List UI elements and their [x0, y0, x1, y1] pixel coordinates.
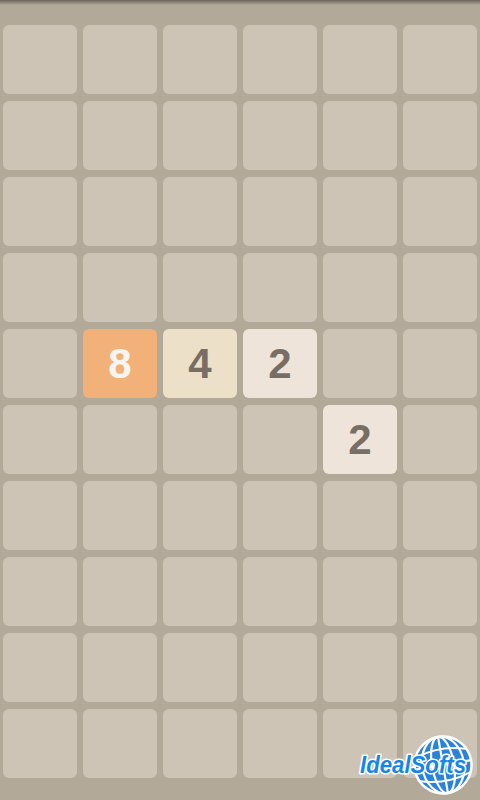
- cell-r2c1: [83, 177, 157, 246]
- cell-r8c1: [83, 633, 157, 702]
- cell-r0c2: [163, 25, 237, 94]
- cell-r5c3: [243, 405, 317, 474]
- cell-r1c1: [83, 101, 157, 170]
- status-bar-shadow: [0, 0, 480, 5]
- tile-2: 2: [243, 329, 317, 398]
- tile-2: 2: [323, 405, 397, 474]
- cell-r7c4: [323, 557, 397, 626]
- board[interactable]: 8422: [3, 25, 477, 778]
- cell-r9c2: [163, 709, 237, 778]
- cell-r6c0: [3, 481, 77, 550]
- cell-r9c1: [83, 709, 157, 778]
- cell-r0c5: [403, 25, 477, 94]
- cell-r7c5: [403, 557, 477, 626]
- cell-r0c0: [3, 25, 77, 94]
- cell-r2c0: [3, 177, 77, 246]
- cell-r1c5: [403, 101, 477, 170]
- cell-r4c5: [403, 329, 477, 398]
- cell-r1c3: [243, 101, 317, 170]
- cell-r9c0: [3, 709, 77, 778]
- logo-text: IdealSofts: [360, 752, 466, 778]
- cell-r1c2: [163, 101, 237, 170]
- cell-r2c2: [163, 177, 237, 246]
- cell-r6c1: [83, 481, 157, 550]
- cell-r2c3: [243, 177, 317, 246]
- tile-8: 8: [83, 329, 157, 398]
- cell-r0c4: [323, 25, 397, 94]
- cell-r9c3: [243, 709, 317, 778]
- cell-r6c2: [163, 481, 237, 550]
- cell-r8c2: [163, 633, 237, 702]
- cell-r8c5: [403, 633, 477, 702]
- cell-r3c1: [83, 253, 157, 322]
- cell-r5c5: [403, 405, 477, 474]
- tile-4: 4: [163, 329, 237, 398]
- cell-r6c3: [243, 481, 317, 550]
- cell-r3c3: [243, 253, 317, 322]
- cell-r3c4: [323, 253, 397, 322]
- cell-r3c0: [3, 253, 77, 322]
- cell-r6c5: [403, 481, 477, 550]
- cell-r7c2: [163, 557, 237, 626]
- cell-r3c2: [163, 253, 237, 322]
- cell-r6c4: [323, 481, 397, 550]
- cell-r2c4: [323, 177, 397, 246]
- cell-r7c1: [83, 557, 157, 626]
- cell-r7c3: [243, 557, 317, 626]
- cell-r3c5: [403, 253, 477, 322]
- cell-r8c0: [3, 633, 77, 702]
- cell-r1c0: [3, 101, 77, 170]
- cell-r5c0: [3, 405, 77, 474]
- cell-r4c4: [323, 329, 397, 398]
- cell-r1c4: [323, 101, 397, 170]
- cell-r8c3: [243, 633, 317, 702]
- cell-r2c5: [403, 177, 477, 246]
- cell-r0c3: [243, 25, 317, 94]
- game-screen: 8422 IdealSofts: [0, 0, 480, 800]
- cell-r8c4: [323, 633, 397, 702]
- cell-r7c0: [3, 557, 77, 626]
- cell-r5c1: [83, 405, 157, 474]
- cell-r5c2: [163, 405, 237, 474]
- cell-r0c1: [83, 25, 157, 94]
- cell-r4c0: [3, 329, 77, 398]
- idealsofts-logo: IdealSofts: [353, 727, 478, 800]
